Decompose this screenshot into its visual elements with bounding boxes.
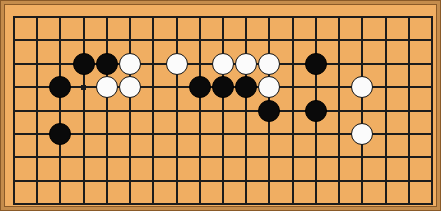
black-stone xyxy=(96,53,118,75)
go-board xyxy=(0,0,441,211)
white-stone xyxy=(96,76,118,98)
white-stone xyxy=(166,53,188,75)
white-stone xyxy=(119,53,141,75)
white-stone xyxy=(119,76,141,98)
white-stone xyxy=(258,76,280,98)
black-stone xyxy=(212,76,234,98)
white-stone xyxy=(258,53,280,75)
black-stone xyxy=(49,123,71,145)
black-stone xyxy=(235,76,257,98)
hoshi-point xyxy=(81,85,86,90)
stones-layer xyxy=(2,5,441,211)
black-stone xyxy=(258,100,280,122)
black-stone xyxy=(49,76,71,98)
white-stone xyxy=(351,123,373,145)
white-stone xyxy=(351,76,373,98)
white-stone xyxy=(235,53,257,75)
black-stone xyxy=(305,53,327,75)
white-stone xyxy=(212,53,234,75)
black-stone xyxy=(73,53,95,75)
black-stone xyxy=(189,76,211,98)
black-stone xyxy=(305,100,327,122)
